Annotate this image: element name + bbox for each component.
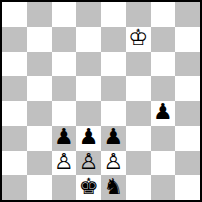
square-e7[interactable] bbox=[101, 27, 126, 52]
square-g5[interactable] bbox=[151, 76, 176, 101]
white-pawn-e2: ♙ bbox=[104, 151, 124, 173]
black-knight-e1: ♞ bbox=[104, 176, 124, 198]
square-d4[interactable] bbox=[76, 101, 101, 126]
square-c5[interactable] bbox=[52, 76, 77, 101]
square-c4[interactable] bbox=[52, 101, 77, 126]
black-pawn-g4: ♟ bbox=[153, 101, 173, 123]
square-b1[interactable] bbox=[27, 175, 52, 200]
square-b4[interactable] bbox=[27, 101, 52, 126]
square-a2[interactable] bbox=[2, 151, 27, 176]
white-king-f7: ♔ bbox=[128, 27, 148, 49]
square-d8[interactable] bbox=[76, 2, 101, 27]
square-b2[interactable] bbox=[27, 151, 52, 176]
square-a4[interactable] bbox=[2, 101, 27, 126]
square-d1[interactable]: ♚ bbox=[76, 175, 101, 200]
black-pawn-e3: ♟ bbox=[104, 126, 124, 148]
square-c8[interactable] bbox=[52, 2, 77, 27]
square-g3[interactable] bbox=[151, 126, 176, 151]
square-f8[interactable] bbox=[126, 2, 151, 27]
square-b8[interactable] bbox=[27, 2, 52, 27]
square-h5[interactable] bbox=[175, 76, 200, 101]
white-pawn-d2: ♙ bbox=[79, 151, 99, 173]
square-c2[interactable]: ♙ bbox=[52, 151, 77, 176]
square-h7[interactable] bbox=[175, 27, 200, 52]
square-g6[interactable] bbox=[151, 52, 176, 77]
square-e4[interactable] bbox=[101, 101, 126, 126]
black-pawn-c3: ♟ bbox=[54, 126, 74, 148]
square-h4[interactable] bbox=[175, 101, 200, 126]
square-d5[interactable] bbox=[76, 76, 101, 101]
square-f7[interactable]: ♔ bbox=[126, 27, 151, 52]
square-g8[interactable] bbox=[151, 2, 176, 27]
square-f1[interactable] bbox=[126, 175, 151, 200]
square-g1[interactable] bbox=[151, 175, 176, 200]
white-pawn-c2: ♙ bbox=[54, 151, 74, 173]
square-a8[interactable] bbox=[2, 2, 27, 27]
square-e8[interactable] bbox=[101, 2, 126, 27]
square-f2[interactable] bbox=[126, 151, 151, 176]
square-c3[interactable]: ♟ bbox=[52, 126, 77, 151]
square-a6[interactable] bbox=[2, 52, 27, 77]
square-f3[interactable] bbox=[126, 126, 151, 151]
square-e1[interactable]: ♞ bbox=[101, 175, 126, 200]
square-f6[interactable] bbox=[126, 52, 151, 77]
chess-diagram: ♔♟♟♟♟♙♙♙♚♞ bbox=[0, 0, 202, 202]
square-d7[interactable] bbox=[76, 27, 101, 52]
square-c1[interactable] bbox=[52, 175, 77, 200]
chess-board: ♔♟♟♟♟♙♙♙♚♞ bbox=[0, 0, 202, 202]
square-c6[interactable] bbox=[52, 52, 77, 77]
black-king-d1: ♚ bbox=[79, 176, 99, 198]
square-g2[interactable] bbox=[151, 151, 176, 176]
square-h3[interactable] bbox=[175, 126, 200, 151]
square-d2[interactable]: ♙ bbox=[76, 151, 101, 176]
square-e5[interactable] bbox=[101, 76, 126, 101]
square-e3[interactable]: ♟ bbox=[101, 126, 126, 151]
square-g7[interactable] bbox=[151, 27, 176, 52]
square-e6[interactable] bbox=[101, 52, 126, 77]
square-d6[interactable] bbox=[76, 52, 101, 77]
square-a5[interactable] bbox=[2, 76, 27, 101]
square-h2[interactable] bbox=[175, 151, 200, 176]
square-f4[interactable] bbox=[126, 101, 151, 126]
square-a7[interactable] bbox=[2, 27, 27, 52]
square-h1[interactable] bbox=[175, 175, 200, 200]
square-b7[interactable] bbox=[27, 27, 52, 52]
square-e2[interactable]: ♙ bbox=[101, 151, 126, 176]
square-a3[interactable] bbox=[2, 126, 27, 151]
square-a1[interactable] bbox=[2, 175, 27, 200]
square-c7[interactable] bbox=[52, 27, 77, 52]
square-f5[interactable] bbox=[126, 76, 151, 101]
square-h6[interactable] bbox=[175, 52, 200, 77]
square-h8[interactable] bbox=[175, 2, 200, 27]
square-b5[interactable] bbox=[27, 76, 52, 101]
square-g4[interactable]: ♟ bbox=[151, 101, 176, 126]
square-d3[interactable]: ♟ bbox=[76, 126, 101, 151]
black-pawn-d3: ♟ bbox=[79, 126, 99, 148]
square-b3[interactable] bbox=[27, 126, 52, 151]
square-b6[interactable] bbox=[27, 52, 52, 77]
